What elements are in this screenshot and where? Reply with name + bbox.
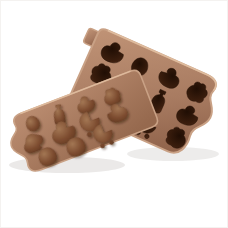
- chocolate-molds-illustration: Two brown silicone chocolate molds with …: [1, 1, 228, 228]
- product-photo: Two brown silicone chocolate molds with …: [0, 0, 228, 228]
